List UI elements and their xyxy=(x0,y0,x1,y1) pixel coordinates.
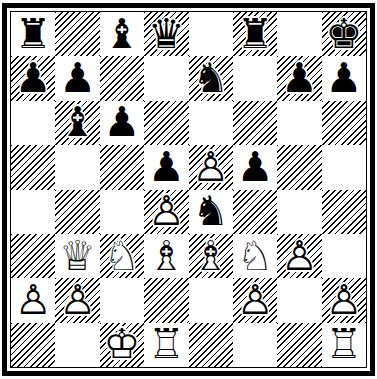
square-c3[interactable]: ♞♘ xyxy=(100,234,144,278)
piece-white-rook: ♖ xyxy=(322,323,366,367)
square-h1[interactable]: ♜♖ xyxy=(322,323,366,367)
piece-mask: ♜ xyxy=(322,323,366,367)
piece-white-bishop: ♗ xyxy=(189,234,233,278)
square-h8[interactable]: ♚♚ xyxy=(322,12,366,56)
piece-white-pawn: ♙ xyxy=(11,278,55,322)
piece-white-pawn: ♙ xyxy=(144,190,188,234)
piece-mask: ♛ xyxy=(55,234,99,278)
square-g2[interactable] xyxy=(277,278,321,322)
square-e4[interactable]: ♞♞ xyxy=(189,190,233,234)
piece-mask: ♚ xyxy=(100,323,144,367)
square-e2[interactable] xyxy=(189,278,233,322)
piece-mask: ♞ xyxy=(100,234,144,278)
piece-mask: ♟ xyxy=(144,145,188,189)
square-b2[interactable]: ♟♙ xyxy=(55,278,99,322)
piece-black-pawn: ♟ xyxy=(144,145,188,189)
square-b1[interactable] xyxy=(55,323,99,367)
piece-mask: ♞ xyxy=(189,190,233,234)
piece-white-rook: ♖ xyxy=(144,323,188,367)
piece-mask: ♝ xyxy=(100,12,144,56)
square-b3[interactable]: ♛♕ xyxy=(55,234,99,278)
square-h5[interactable] xyxy=(322,145,366,189)
square-c2[interactable] xyxy=(100,278,144,322)
piece-mask: ♟ xyxy=(233,145,277,189)
piece-white-pawn: ♙ xyxy=(189,145,233,189)
piece-black-rook: ♜ xyxy=(233,12,277,56)
square-f4[interactable] xyxy=(233,190,277,234)
square-a1[interactable] xyxy=(11,323,55,367)
chess-diagram-page: ♜♜♝♝♛♛♜♜♚♚♟♟♟♟♞♞♟♟♟♟♝♝♟♟♟♟♟♙♟♟♟♙♞♞♛♕♞♘♝♗… xyxy=(0,0,377,379)
piece-mask: ♟ xyxy=(277,234,321,278)
piece-black-knight: ♞ xyxy=(189,190,233,234)
piece-white-queen: ♕ xyxy=(55,234,99,278)
square-e8[interactable] xyxy=(189,12,233,56)
board-frame: ♜♜♝♝♛♛♜♜♚♚♟♟♟♟♞♞♟♟♟♟♝♝♟♟♟♟♟♙♟♟♟♙♞♞♛♕♞♘♝♗… xyxy=(2,3,375,376)
piece-white-bishop: ♗ xyxy=(144,234,188,278)
square-b4[interactable] xyxy=(55,190,99,234)
square-a2[interactable]: ♟♙ xyxy=(11,278,55,322)
square-c7[interactable] xyxy=(100,56,144,100)
square-f5[interactable]: ♟♟ xyxy=(233,145,277,189)
square-a7[interactable]: ♟♟ xyxy=(11,56,55,100)
piece-black-knight: ♞ xyxy=(189,56,233,100)
square-c5[interactable] xyxy=(100,145,144,189)
square-d5[interactable]: ♟♟ xyxy=(144,145,188,189)
piece-black-pawn: ♟ xyxy=(277,56,321,100)
square-e1[interactable] xyxy=(189,323,233,367)
piece-white-pawn: ♙ xyxy=(233,278,277,322)
square-a8[interactable]: ♜♜ xyxy=(11,12,55,56)
square-g7[interactable]: ♟♟ xyxy=(277,56,321,100)
piece-mask: ♟ xyxy=(322,56,366,100)
square-f1[interactable] xyxy=(233,323,277,367)
square-f2[interactable]: ♟♙ xyxy=(233,278,277,322)
square-g8[interactable] xyxy=(277,12,321,56)
piece-black-pawn: ♟ xyxy=(322,56,366,100)
piece-white-king: ♔ xyxy=(100,323,144,367)
square-g4[interactable] xyxy=(277,190,321,234)
piece-mask: ♟ xyxy=(144,190,188,234)
square-h2[interactable]: ♟♙ xyxy=(322,278,366,322)
square-e5[interactable]: ♟♙ xyxy=(189,145,233,189)
piece-mask: ♝ xyxy=(55,101,99,145)
square-c8[interactable]: ♝♝ xyxy=(100,12,144,56)
piece-black-pawn: ♟ xyxy=(233,145,277,189)
piece-mask: ♞ xyxy=(233,234,277,278)
square-c1[interactable]: ♚♔ xyxy=(100,323,144,367)
piece-black-pawn: ♟ xyxy=(55,56,99,100)
square-d8[interactable]: ♛♛ xyxy=(144,12,188,56)
square-a6[interactable] xyxy=(11,101,55,145)
piece-mask: ♝ xyxy=(189,234,233,278)
square-b5[interactable] xyxy=(55,145,99,189)
chess-board: ♜♜♝♝♛♛♜♜♚♚♟♟♟♟♞♞♟♟♟♟♝♝♟♟♟♟♟♙♟♟♟♙♞♞♛♕♞♘♝♗… xyxy=(10,11,367,368)
square-h7[interactable]: ♟♟ xyxy=(322,56,366,100)
square-a3[interactable] xyxy=(11,234,55,278)
piece-mask: ♛ xyxy=(144,12,188,56)
piece-white-pawn: ♙ xyxy=(55,278,99,322)
piece-white-pawn: ♙ xyxy=(322,278,366,322)
piece-black-bishop: ♝ xyxy=(55,101,99,145)
square-f3[interactable]: ♞♘ xyxy=(233,234,277,278)
piece-mask: ♟ xyxy=(11,278,55,322)
piece-mask: ♜ xyxy=(11,12,55,56)
piece-mask: ♜ xyxy=(144,323,188,367)
square-b8[interactable] xyxy=(55,12,99,56)
piece-white-knight: ♘ xyxy=(233,234,277,278)
square-g6[interactable] xyxy=(277,101,321,145)
piece-black-pawn: ♟ xyxy=(100,101,144,145)
square-c4[interactable] xyxy=(100,190,144,234)
square-d4[interactable]: ♟♙ xyxy=(144,190,188,234)
piece-black-queen: ♛ xyxy=(144,12,188,56)
square-g5[interactable] xyxy=(277,145,321,189)
square-d2[interactable] xyxy=(144,278,188,322)
piece-mask: ♟ xyxy=(11,56,55,100)
square-d6[interactable] xyxy=(144,101,188,145)
square-e7[interactable]: ♞♞ xyxy=(189,56,233,100)
square-f6[interactable] xyxy=(233,101,277,145)
piece-mask: ♟ xyxy=(322,278,366,322)
square-d3[interactable]: ♝♗ xyxy=(144,234,188,278)
square-e6[interactable] xyxy=(189,101,233,145)
square-h6[interactable] xyxy=(322,101,366,145)
piece-mask: ♟ xyxy=(189,145,233,189)
square-h4[interactable] xyxy=(322,190,366,234)
piece-mask: ♚ xyxy=(322,12,366,56)
piece-white-pawn: ♙ xyxy=(277,234,321,278)
piece-mask: ♟ xyxy=(55,56,99,100)
piece-black-bishop: ♝ xyxy=(100,12,144,56)
square-f7[interactable] xyxy=(233,56,277,100)
square-d7[interactable] xyxy=(144,56,188,100)
piece-mask: ♜ xyxy=(233,12,277,56)
square-f8[interactable]: ♜♜ xyxy=(233,12,277,56)
piece-black-king: ♚ xyxy=(322,12,366,56)
piece-mask: ♟ xyxy=(55,278,99,322)
piece-white-knight: ♘ xyxy=(100,234,144,278)
square-b6[interactable]: ♝♝ xyxy=(55,101,99,145)
piece-mask: ♞ xyxy=(189,56,233,100)
square-g1[interactable] xyxy=(277,323,321,367)
piece-black-pawn: ♟ xyxy=(11,56,55,100)
piece-mask: ♟ xyxy=(233,278,277,322)
square-c6[interactable]: ♟♟ xyxy=(100,101,144,145)
square-h3[interactable] xyxy=(322,234,366,278)
piece-mask: ♟ xyxy=(277,56,321,100)
square-e3[interactable]: ♝♗ xyxy=(189,234,233,278)
piece-black-rook: ♜ xyxy=(11,12,55,56)
piece-mask: ♝ xyxy=(144,234,188,278)
piece-mask: ♟ xyxy=(100,101,144,145)
square-d1[interactable]: ♜♖ xyxy=(144,323,188,367)
square-b7[interactable]: ♟♟ xyxy=(55,56,99,100)
square-a5[interactable] xyxy=(11,145,55,189)
square-a4[interactable] xyxy=(11,190,55,234)
square-g3[interactable]: ♟♙ xyxy=(277,234,321,278)
